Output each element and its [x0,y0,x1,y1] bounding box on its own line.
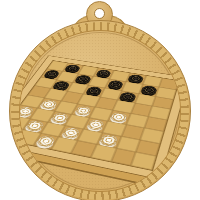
board-square [131,152,156,170]
board-grid [19,60,180,171]
loop-hole [94,8,105,19]
checkers-board [19,55,181,180]
white-checker [19,128,20,141]
medal-rim-ticks [11,22,189,200]
medal-face [19,30,181,192]
gold-medal [9,20,191,200]
